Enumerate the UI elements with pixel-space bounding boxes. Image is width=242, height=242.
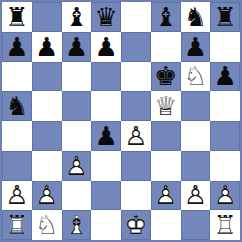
square-d5[interactable] [91, 91, 121, 121]
square-e8[interactable] [121, 2, 151, 32]
white-piece-outline: ♔ [121, 210, 151, 240]
square-c7[interactable]: ♟ [62, 32, 92, 62]
white-piece-outline: ♙ [2, 181, 32, 211]
white-piece-outline: ♕ [151, 91, 181, 121]
white-piece-outline: ♙ [62, 151, 92, 181]
black-bishop-c8[interactable]: ♝ [62, 2, 92, 32]
white-piece-outline: ♙ [210, 181, 240, 211]
square-c1[interactable]: ♝♗ [62, 210, 92, 240]
square-d4[interactable]: ♟ [91, 121, 121, 151]
black-rook-h8[interactable]: ♜ [210, 2, 240, 32]
square-f7[interactable] [151, 32, 181, 62]
white-piece-outline: ♗ [62, 210, 92, 240]
black-pawn-h6[interactable]: ♟ [210, 62, 240, 92]
square-b3[interactable] [32, 151, 62, 181]
black-knight-a5[interactable]: ♞ [2, 91, 32, 121]
square-c5[interactable] [62, 91, 92, 121]
square-b4[interactable] [32, 121, 62, 151]
square-h8[interactable]: ♜ [210, 2, 240, 32]
square-e2[interactable] [121, 181, 151, 211]
square-e6[interactable] [121, 62, 151, 92]
square-h6[interactable]: ♟ [210, 62, 240, 92]
square-a5[interactable]: ♞ [2, 91, 32, 121]
square-g5[interactable] [181, 91, 211, 121]
white-bishop-c1[interactable]: ♝♗ [62, 210, 92, 240]
square-h1[interactable]: ♜♖ [210, 210, 240, 240]
chess-board: ♜♝♛♝♞♜♟♟♟♟♟♚♞♘♟♞♛♕♟♟♙♟♙♟♙♟♙♟♙♟♙♟♙♜♖♞♘♝♗♚… [0, 0, 242, 242]
white-piece-outline: ♖ [210, 210, 240, 240]
white-piece-outline: ♙ [32, 181, 62, 211]
square-b2[interactable]: ♟♙ [32, 181, 62, 211]
square-b1[interactable]: ♞♘ [32, 210, 62, 240]
white-queen-f5[interactable]: ♛♕ [151, 91, 181, 121]
black-knight-g8[interactable]: ♞ [181, 2, 211, 32]
white-pawn-c3[interactable]: ♟♙ [62, 151, 92, 181]
square-c2[interactable] [62, 181, 92, 211]
black-pawn-d4[interactable]: ♟ [91, 121, 121, 151]
white-piece-outline: ♖ [2, 210, 32, 240]
black-king-f6[interactable]: ♚ [151, 62, 181, 92]
black-queen-d8[interactable]: ♛ [91, 2, 121, 32]
square-b5[interactable] [32, 91, 62, 121]
square-f6[interactable]: ♚ [151, 62, 181, 92]
white-pawn-b2[interactable]: ♟♙ [32, 181, 62, 211]
black-pawn-d7[interactable]: ♟ [91, 32, 121, 62]
white-knight-g6[interactable]: ♞♘ [181, 62, 211, 92]
black-pawn-b7[interactable]: ♟ [32, 32, 62, 62]
square-h2[interactable]: ♟♙ [210, 181, 240, 211]
square-a7[interactable]: ♟ [2, 32, 32, 62]
square-b8[interactable] [32, 2, 62, 32]
square-e4[interactable]: ♟♙ [121, 121, 151, 151]
square-a2[interactable]: ♟♙ [2, 181, 32, 211]
black-pawn-c7[interactable]: ♟ [62, 32, 92, 62]
square-c4[interactable] [62, 121, 92, 151]
square-h7[interactable] [210, 32, 240, 62]
square-h5[interactable] [210, 91, 240, 121]
white-king-e1[interactable]: ♚♔ [121, 210, 151, 240]
square-c8[interactable]: ♝ [62, 2, 92, 32]
square-d1[interactable] [91, 210, 121, 240]
white-knight-b1[interactable]: ♞♘ [32, 210, 62, 240]
square-c6[interactable] [62, 62, 92, 92]
black-rook-a8[interactable]: ♜ [2, 2, 32, 32]
black-pawn-g7[interactable]: ♟ [181, 32, 211, 62]
square-g1[interactable] [181, 210, 211, 240]
white-piece-outline: ♙ [181, 181, 211, 211]
square-d2[interactable] [91, 181, 121, 211]
square-a4[interactable] [2, 121, 32, 151]
white-piece-outline: ♘ [32, 210, 62, 240]
square-d6[interactable] [91, 62, 121, 92]
square-b7[interactable]: ♟ [32, 32, 62, 62]
square-a8[interactable]: ♜ [2, 2, 32, 32]
square-d3[interactable] [91, 151, 121, 181]
square-b6[interactable] [32, 62, 62, 92]
square-f2[interactable]: ♟♙ [151, 181, 181, 211]
black-pawn-a7[interactable]: ♟ [2, 32, 32, 62]
white-pawn-f2[interactable]: ♟♙ [151, 181, 181, 211]
white-pawn-e4[interactable]: ♟♙ [121, 121, 151, 151]
square-g2[interactable]: ♟♙ [181, 181, 211, 211]
square-f4[interactable] [151, 121, 181, 151]
square-h4[interactable] [210, 121, 240, 151]
square-g6[interactable]: ♞♘ [181, 62, 211, 92]
square-e1[interactable]: ♚♔ [121, 210, 151, 240]
white-pawn-h2[interactable]: ♟♙ [210, 181, 240, 211]
white-pawn-g2[interactable]: ♟♙ [181, 181, 211, 211]
chess-board-container: ♜♝♛♝♞♜♟♟♟♟♟♚♞♘♟♞♛♕♟♟♙♟♙♟♙♟♙♟♙♟♙♟♙♜♖♞♘♝♗♚… [0, 0, 242, 242]
white-piece-outline: ♘ [181, 62, 211, 92]
square-c3[interactable]: ♟♙ [62, 151, 92, 181]
square-f8[interactable]: ♝ [151, 2, 181, 32]
white-pawn-a2[interactable]: ♟♙ [2, 181, 32, 211]
square-e7[interactable] [121, 32, 151, 62]
black-bishop-f8[interactable]: ♝ [151, 2, 181, 32]
square-g8[interactable]: ♞ [181, 2, 211, 32]
square-e5[interactable] [121, 91, 151, 121]
square-a6[interactable] [2, 62, 32, 92]
white-rook-h1[interactable]: ♜♖ [210, 210, 240, 240]
square-f3[interactable] [151, 151, 181, 181]
square-g7[interactable]: ♟ [181, 32, 211, 62]
square-e3[interactable] [121, 151, 151, 181]
square-a3[interactable] [2, 151, 32, 181]
white-rook-a1[interactable]: ♜♖ [2, 210, 32, 240]
square-g4[interactable] [181, 121, 211, 151]
square-f5[interactable]: ♛♕ [151, 91, 181, 121]
white-piece-outline: ♙ [151, 181, 181, 211]
square-a1[interactable]: ♜♖ [2, 210, 32, 240]
square-f1[interactable] [151, 210, 181, 240]
square-h3[interactable] [210, 151, 240, 181]
square-g3[interactable] [181, 151, 211, 181]
square-d8[interactable]: ♛ [91, 2, 121, 32]
white-piece-outline: ♙ [121, 121, 151, 151]
square-d7[interactable]: ♟ [91, 32, 121, 62]
